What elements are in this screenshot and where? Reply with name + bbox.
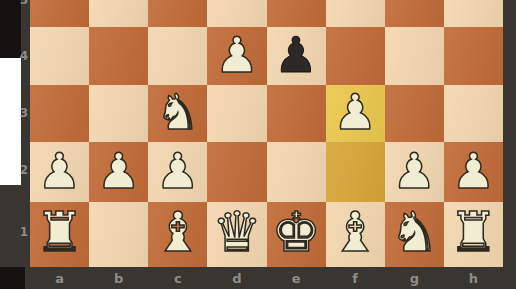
piece-white-pawn-c2: ♟ (156, 147, 200, 196)
square-g5[interactable] (385, 0, 444, 27)
square-e2[interactable] (267, 142, 326, 202)
piece-white-queen-d1: ♛ (212, 205, 261, 260)
rank-label-2: 2 (20, 163, 28, 177)
square-a5[interactable] (30, 0, 89, 27)
chess-board[interactable]: ♟♟♞♟♟♟♟♟♟♜♝♛♚♝♞♜ (30, 0, 503, 267)
square-e3[interactable] (267, 85, 326, 142)
piece-black-pawn-e4: ♟ (274, 31, 318, 80)
file-label-a: a (55, 271, 64, 286)
file-coordinate-bar: abcdefgh (0, 267, 516, 289)
square-b5[interactable] (89, 0, 148, 27)
square-f5[interactable] (326, 0, 385, 27)
file-label-c: c (174, 271, 182, 286)
square-e5[interactable] (267, 0, 326, 27)
piece-white-pawn-d4: ♟ (215, 31, 259, 80)
piece-white-pawn-g2: ♟ (392, 147, 436, 196)
square-g4[interactable] (385, 27, 444, 85)
file-label-g: g (410, 271, 419, 286)
square-f1[interactable]: ♝ (326, 202, 385, 267)
piece-white-bishop-f1: ♝ (331, 205, 380, 260)
square-h1[interactable]: ♜ (444, 202, 503, 267)
square-c4[interactable] (148, 27, 207, 85)
square-f3-highlighted[interactable]: ♟ (326, 85, 385, 142)
rank-label-3: 3 (20, 106, 28, 120)
square-f4[interactable] (326, 27, 385, 85)
square-b4[interactable] (89, 27, 148, 85)
file-label-f: f (352, 271, 358, 286)
square-a2[interactable]: ♟ (30, 142, 89, 202)
square-g3[interactable] (385, 85, 444, 142)
piece-white-knight-g1: ♞ (390, 205, 439, 260)
left-edge-white-block (0, 58, 21, 185)
rank-label-5: 5 (20, 0, 28, 7)
piece-white-pawn-f3: ♟ (333, 88, 377, 137)
square-d1[interactable]: ♛ (207, 202, 266, 267)
square-g1[interactable]: ♞ (385, 202, 444, 267)
file-label-h: h (469, 271, 478, 286)
square-e1[interactable]: ♚ (267, 202, 326, 267)
file-label-e: e (292, 271, 301, 286)
square-h3[interactable] (444, 85, 503, 142)
square-c1[interactable]: ♝ (148, 202, 207, 267)
square-d3[interactable] (207, 85, 266, 142)
square-h2[interactable]: ♟ (444, 142, 503, 202)
square-d2[interactable] (207, 142, 266, 202)
square-c5[interactable] (148, 0, 207, 27)
piece-white-pawn-h2: ♟ (451, 147, 495, 196)
file-label-d: d (232, 271, 241, 286)
piece-white-bishop-c1: ♝ (153, 205, 202, 260)
piece-white-pawn-b2: ♟ (97, 147, 141, 196)
square-b3[interactable] (89, 85, 148, 142)
piece-white-knight-c3: ♞ (156, 88, 200, 137)
piece-white-king-e1: ♚ (271, 205, 320, 260)
piece-white-rook-a1: ♜ (35, 205, 84, 260)
square-h5[interactable] (444, 0, 503, 27)
bottom-left-black-block (0, 267, 25, 289)
square-a3[interactable] (30, 85, 89, 142)
chess-app-screen: ♟♟♞♟♟♟♟♟♟♜♝♛♚♝♞♜ 54321 abcdefgh (0, 0, 516, 289)
rank-label-4: 4 (20, 49, 28, 63)
square-c3[interactable]: ♞ (148, 85, 207, 142)
square-g2[interactable]: ♟ (385, 142, 444, 202)
piece-white-pawn-a2: ♟ (38, 147, 82, 196)
file-label-b: b (114, 271, 123, 286)
square-e4[interactable]: ♟ (267, 27, 326, 85)
piece-white-rook-h1: ♜ (449, 205, 498, 260)
square-b1[interactable] (89, 202, 148, 267)
rank-label-1: 1 (20, 225, 28, 239)
left-edge-black-block (0, 0, 21, 58)
square-c2[interactable]: ♟ (148, 142, 207, 202)
square-a4[interactable] (30, 27, 89, 85)
square-h4[interactable] (444, 27, 503, 85)
square-a1[interactable]: ♜ (30, 202, 89, 267)
square-f2-highlighted[interactable] (326, 142, 385, 202)
square-b2[interactable]: ♟ (89, 142, 148, 202)
square-d4[interactable]: ♟ (207, 27, 266, 85)
square-d5[interactable] (207, 0, 266, 27)
